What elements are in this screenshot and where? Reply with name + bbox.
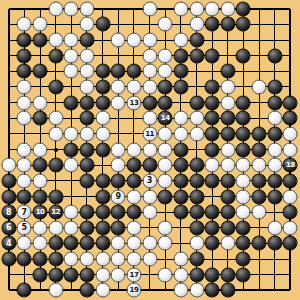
white-stone	[64, 33, 79, 48]
white-stone	[283, 142, 298, 157]
white-stone	[283, 220, 298, 235]
white-stone	[111, 267, 126, 282]
black-stone	[220, 17, 235, 32]
white-stone	[64, 48, 79, 63]
black-stone	[158, 95, 173, 110]
white-stone	[95, 283, 110, 298]
black-stone	[79, 205, 94, 220]
move-number-label: 4	[6, 239, 12, 247]
white-stone	[142, 142, 157, 157]
black-stone: 6	[1, 220, 16, 235]
black-stone	[173, 189, 188, 204]
black-stone	[189, 95, 204, 110]
black-stone	[173, 173, 188, 188]
black-stone	[236, 126, 251, 141]
white-stone	[17, 158, 32, 173]
white-stone	[236, 189, 251, 204]
white-stone	[126, 189, 141, 204]
white-stone	[142, 33, 157, 48]
white-stone	[158, 64, 173, 79]
black-stone	[126, 158, 141, 173]
black-stone	[236, 267, 251, 282]
black-stone	[173, 48, 188, 63]
black-stone	[220, 267, 235, 282]
white-stone	[126, 220, 141, 235]
black-stone	[64, 236, 79, 251]
white-stone	[142, 205, 157, 220]
black-stone	[33, 64, 48, 79]
go-board[interactable]: 13141118398710126541719	[0, 0, 300, 300]
white-stone	[158, 267, 173, 282]
white-stone	[267, 111, 282, 126]
black-stone	[79, 158, 94, 173]
black-stone	[95, 79, 110, 94]
black-stone	[220, 220, 235, 235]
black-stone	[17, 33, 32, 48]
black-stone	[48, 236, 63, 251]
white-stone	[17, 173, 32, 188]
black-stone	[205, 220, 220, 235]
white-stone	[64, 158, 79, 173]
white-stone	[79, 64, 94, 79]
black-stone	[252, 189, 267, 204]
white-stone: 13	[126, 95, 141, 110]
move-number-label: 19	[130, 287, 139, 294]
black-stone	[48, 252, 63, 267]
black-stone	[111, 220, 126, 235]
white-stone	[111, 158, 126, 173]
white-stone	[236, 173, 251, 188]
white-stone	[17, 142, 32, 157]
white-stone	[142, 48, 157, 63]
move-number-label: 8	[6, 208, 12, 216]
black-stone	[236, 252, 251, 267]
white-stone	[48, 220, 63, 235]
white-stone	[189, 1, 204, 16]
black-stone	[205, 79, 220, 94]
black-stone	[17, 64, 32, 79]
black-stone	[48, 267, 63, 282]
white-stone	[64, 252, 79, 267]
black-stone	[173, 64, 188, 79]
white-stone	[189, 17, 204, 32]
black-stone	[95, 205, 110, 220]
black-stone	[33, 111, 48, 126]
black-stone	[220, 189, 235, 204]
black-stone	[173, 142, 188, 157]
black-stone	[33, 252, 48, 267]
white-stone	[283, 126, 298, 141]
black-stone	[158, 79, 173, 94]
white-stone	[17, 79, 32, 94]
white-stone	[205, 1, 220, 16]
move-number-label: 18	[286, 162, 295, 169]
black-stone	[17, 48, 32, 63]
black-stone	[126, 205, 141, 220]
black-stone	[1, 252, 16, 267]
black-stone	[220, 64, 235, 79]
black-stone	[158, 189, 173, 204]
white-stone	[111, 236, 126, 251]
white-stone	[95, 111, 110, 126]
white-stone	[142, 111, 157, 126]
black-stone	[111, 173, 126, 188]
white-stone	[17, 95, 32, 110]
black-stone	[267, 189, 282, 204]
black-stone	[283, 205, 298, 220]
move-number-label: 14	[161, 115, 170, 122]
white-stone	[236, 205, 251, 220]
white-stone	[142, 236, 157, 251]
black-stone	[189, 252, 204, 267]
black-stone	[189, 48, 204, 63]
black-stone	[189, 220, 204, 235]
white-stone	[142, 189, 157, 204]
white-stone	[189, 126, 204, 141]
white-stone	[95, 267, 110, 282]
white-stone	[33, 173, 48, 188]
move-number-label: 10	[36, 209, 45, 216]
black-stone	[79, 283, 94, 298]
white-stone: 3	[142, 173, 157, 188]
black-stone	[17, 189, 32, 204]
black-stone	[189, 33, 204, 48]
black-stone	[267, 126, 282, 141]
white-stone	[17, 236, 32, 251]
black-stone	[1, 189, 16, 204]
black-stone	[236, 95, 251, 110]
white-stone	[17, 17, 32, 32]
white-stone	[126, 33, 141, 48]
white-stone	[33, 17, 48, 32]
white-stone	[173, 33, 188, 48]
black-stone	[236, 17, 251, 32]
white-stone	[158, 220, 173, 235]
move-number-label: 11	[145, 130, 154, 137]
white-stone: 11	[142, 126, 157, 141]
black-stone	[33, 189, 48, 204]
white-stone	[48, 283, 63, 298]
black-stone	[220, 173, 235, 188]
white-stone	[64, 205, 79, 220]
move-number-label: 5	[22, 224, 28, 232]
white-stone	[111, 95, 126, 110]
black-stone	[79, 236, 94, 251]
black-stone	[17, 283, 32, 298]
white-stone	[173, 126, 188, 141]
white-stone	[158, 236, 173, 251]
white-stone	[17, 111, 32, 126]
white-stone	[48, 126, 63, 141]
black-stone	[205, 95, 220, 110]
black-stone	[95, 220, 110, 235]
black-stone	[189, 205, 204, 220]
black-stone	[1, 173, 16, 188]
black-stone	[142, 95, 157, 110]
white-stone	[64, 64, 79, 79]
white-stone	[267, 220, 282, 235]
black-stone: 12	[48, 205, 63, 220]
black-stone	[95, 17, 110, 32]
black-stone	[48, 158, 63, 173]
white-stone: 7	[17, 205, 32, 220]
white-stone	[158, 173, 173, 188]
white-stone	[220, 95, 235, 110]
white-stone	[79, 48, 94, 63]
white-stone	[79, 79, 94, 94]
black-stone	[205, 236, 220, 251]
move-number-label: 3	[147, 177, 153, 185]
white-stone	[267, 142, 282, 157]
black-stone	[205, 142, 220, 157]
white-stone	[142, 1, 157, 16]
black-stone	[236, 220, 251, 235]
white-stone	[252, 158, 267, 173]
black-stone	[267, 48, 282, 63]
black-stone	[236, 236, 251, 251]
black-stone	[48, 189, 63, 204]
black-stone	[205, 17, 220, 32]
black-stone	[64, 142, 79, 157]
black-stone	[79, 142, 94, 157]
white-stone	[126, 236, 141, 251]
black-stone	[95, 173, 110, 188]
black-stone	[283, 95, 298, 110]
black-stone	[111, 205, 126, 220]
white-stone	[173, 252, 188, 267]
black-stone	[220, 205, 235, 220]
black-stone	[252, 142, 267, 157]
black-stone	[252, 173, 267, 188]
white-stone	[33, 220, 48, 235]
black-stone	[236, 111, 251, 126]
black-stone: 8	[1, 205, 16, 220]
white-stone	[252, 79, 267, 94]
white-stone	[33, 236, 48, 251]
black-stone	[267, 173, 282, 188]
black-stone	[95, 189, 110, 204]
white-stone	[142, 64, 157, 79]
black-stone	[252, 236, 267, 251]
white-stone	[220, 236, 235, 251]
white-stone	[189, 236, 204, 251]
white-stone	[64, 1, 79, 16]
black-stone	[283, 173, 298, 188]
black-stone	[189, 173, 204, 188]
white-stone	[173, 283, 188, 298]
black-stone	[283, 236, 298, 251]
black-stone	[236, 1, 251, 16]
black-stone: 4	[1, 236, 16, 251]
white-stone	[220, 1, 235, 16]
white-stone	[126, 252, 141, 267]
white-stone	[173, 111, 188, 126]
white-stone	[126, 142, 141, 157]
black-stone	[220, 283, 235, 298]
black-stone	[173, 79, 188, 94]
white-stone	[64, 220, 79, 235]
move-number-label: 6	[6, 224, 12, 232]
white-stone	[173, 1, 188, 16]
black-stone: 14	[158, 111, 173, 126]
white-stone	[33, 95, 48, 110]
black-stone	[173, 205, 188, 220]
move-number-label: 17	[130, 271, 139, 278]
black-stone	[79, 111, 94, 126]
black-stone	[79, 33, 94, 48]
black-stone	[64, 267, 79, 282]
black-stone	[126, 173, 141, 188]
white-stone	[33, 142, 48, 157]
white-stone	[79, 17, 94, 32]
black-stone	[79, 173, 94, 188]
white-stone	[142, 252, 157, 267]
white-stone	[111, 142, 126, 157]
black-stone	[79, 220, 94, 235]
white-stone	[173, 267, 188, 282]
white-stone	[220, 142, 235, 157]
black-stone	[95, 64, 110, 79]
white-stone	[158, 126, 173, 141]
white-stone	[158, 158, 173, 173]
black-stone	[189, 189, 204, 204]
black-stone	[267, 79, 282, 94]
black-stone	[95, 95, 110, 110]
white-stone: 19	[126, 283, 141, 298]
black-stone	[17, 252, 32, 267]
white-stone	[205, 158, 220, 173]
white-stone	[79, 252, 94, 267]
black-stone	[33, 33, 48, 48]
black-stone: 10	[33, 205, 48, 220]
black-stone	[126, 64, 141, 79]
white-stone	[283, 189, 298, 204]
black-stone	[79, 267, 94, 282]
black-stone	[283, 111, 298, 126]
black-stone	[267, 95, 282, 110]
white-stone	[267, 158, 282, 173]
black-stone	[142, 158, 157, 173]
black-stone	[205, 205, 220, 220]
white-stone	[48, 33, 63, 48]
black-stone	[236, 142, 251, 157]
black-stone	[48, 79, 63, 94]
white-stone	[158, 142, 173, 157]
white-stone	[95, 252, 110, 267]
hoshi-point	[54, 148, 58, 152]
black-stone	[205, 126, 220, 141]
black-stone	[220, 126, 235, 141]
white-stone	[158, 48, 173, 63]
move-number-label: 12	[51, 209, 60, 216]
black-stone	[189, 267, 204, 282]
move-number-label: 13	[130, 99, 139, 106]
black-stone	[189, 158, 204, 173]
white-stone	[220, 158, 235, 173]
move-number-label: 9	[115, 193, 121, 201]
black-stone	[95, 236, 110, 251]
black-stone	[64, 95, 79, 110]
white-stone	[48, 1, 63, 16]
white-stone	[189, 111, 204, 126]
black-stone	[267, 236, 282, 251]
white-stone	[236, 158, 251, 173]
black-stone	[173, 158, 188, 173]
white-stone	[48, 111, 63, 126]
move-number-label: 7	[22, 208, 28, 216]
black-stone	[111, 64, 126, 79]
white-stone	[95, 126, 110, 141]
white-stone	[111, 33, 126, 48]
white-stone	[252, 205, 267, 220]
black-stone	[205, 267, 220, 282]
white-stone: 17	[126, 267, 141, 282]
white-stone: 5	[17, 220, 32, 235]
black-stone	[236, 48, 251, 63]
black-stone	[33, 267, 48, 282]
white-stone	[111, 79, 126, 94]
black-stone: 18	[283, 158, 298, 173]
white-stone	[111, 252, 126, 267]
black-stone	[205, 111, 220, 126]
black-stone	[205, 48, 220, 63]
black-stone	[33, 158, 48, 173]
white-stone	[79, 126, 94, 141]
black-stone	[205, 283, 220, 298]
white-stone	[158, 17, 173, 32]
black-stone	[205, 173, 220, 188]
black-stone	[252, 126, 267, 141]
black-stone	[95, 142, 110, 157]
white-stone	[142, 79, 157, 94]
white-stone	[189, 283, 204, 298]
white-stone	[126, 79, 141, 94]
white-stone	[1, 158, 16, 173]
black-stone	[48, 48, 63, 63]
white-stone: 9	[111, 189, 126, 204]
black-stone	[220, 111, 235, 126]
white-stone	[64, 126, 79, 141]
black-stone	[79, 95, 94, 110]
white-stone	[220, 79, 235, 94]
white-stone	[79, 1, 94, 16]
